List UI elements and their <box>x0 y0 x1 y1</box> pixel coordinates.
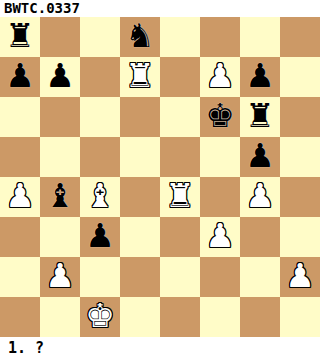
puzzle-id: BWTC.0337 <box>4 0 80 17</box>
black-pawn-piece: ♟ <box>245 137 275 176</box>
square-e7[interactable] <box>160 57 200 97</box>
square-d3[interactable] <box>120 217 160 257</box>
square-h4[interactable] <box>280 177 320 217</box>
square-h2[interactable]: ♟ <box>280 257 320 297</box>
white-pawn-piece: ♟ <box>5 177 35 216</box>
square-e5[interactable] <box>160 137 200 177</box>
square-e8[interactable] <box>160 17 200 57</box>
square-c5[interactable] <box>80 137 120 177</box>
square-g2[interactable] <box>240 257 280 297</box>
square-a2[interactable] <box>0 257 40 297</box>
square-f1[interactable] <box>200 297 240 337</box>
black-pawn-piece: ♟ <box>245 57 275 96</box>
square-h7[interactable] <box>280 57 320 97</box>
square-a5[interactable] <box>0 137 40 177</box>
chess-board: ♜♞♟♟♜♟♟♚♜♟♟♝♝♜♟♟♟♟♟♚ <box>0 17 320 337</box>
square-c3[interactable]: ♟ <box>80 217 120 257</box>
square-b3[interactable] <box>40 217 80 257</box>
square-g7[interactable]: ♟ <box>240 57 280 97</box>
square-f3[interactable]: ♟ <box>200 217 240 257</box>
square-e1[interactable] <box>160 297 200 337</box>
square-f2[interactable] <box>200 257 240 297</box>
square-h1[interactable] <box>280 297 320 337</box>
square-c7[interactable] <box>80 57 120 97</box>
square-g6[interactable]: ♜ <box>240 97 280 137</box>
square-b7[interactable]: ♟ <box>40 57 80 97</box>
white-pawn-piece: ♟ <box>45 257 75 296</box>
square-f6[interactable]: ♚ <box>200 97 240 137</box>
square-d5[interactable] <box>120 137 160 177</box>
square-f8[interactable] <box>200 17 240 57</box>
white-bishop-piece: ♝ <box>85 177 115 216</box>
black-pawn-piece: ♟ <box>45 57 75 96</box>
square-a1[interactable] <box>0 297 40 337</box>
square-b1[interactable] <box>40 297 80 337</box>
square-d2[interactable] <box>120 257 160 297</box>
square-g1[interactable] <box>240 297 280 337</box>
square-d1[interactable] <box>120 297 160 337</box>
square-e2[interactable] <box>160 257 200 297</box>
square-h6[interactable] <box>280 97 320 137</box>
square-c2[interactable] <box>80 257 120 297</box>
square-f7[interactable]: ♟ <box>200 57 240 97</box>
white-rook-piece: ♜ <box>165 177 195 216</box>
black-knight-piece: ♞ <box>125 17 155 56</box>
white-pawn-piece: ♟ <box>205 57 235 96</box>
square-b4[interactable]: ♝ <box>40 177 80 217</box>
square-a3[interactable] <box>0 217 40 257</box>
black-pawn-piece: ♟ <box>85 217 115 256</box>
white-pawn-piece: ♟ <box>285 257 315 296</box>
black-king-piece: ♚ <box>205 97 235 136</box>
move-bar: 1. ? <box>0 337 320 360</box>
white-pawn-piece: ♟ <box>205 217 235 256</box>
square-d4[interactable] <box>120 177 160 217</box>
square-a4[interactable]: ♟ <box>0 177 40 217</box>
square-c1[interactable]: ♚ <box>80 297 120 337</box>
square-d7[interactable]: ♜ <box>120 57 160 97</box>
black-pawn-piece: ♟ <box>5 57 35 96</box>
title-bar: BWTC.0337 <box>0 0 320 17</box>
square-b2[interactable]: ♟ <box>40 257 80 297</box>
square-d8[interactable]: ♞ <box>120 17 160 57</box>
square-e6[interactable] <box>160 97 200 137</box>
move-prompt: 1. ? <box>8 337 44 360</box>
square-a6[interactable] <box>0 97 40 137</box>
black-bishop-piece: ♝ <box>45 177 75 216</box>
square-h5[interactable] <box>280 137 320 177</box>
square-c4[interactable]: ♝ <box>80 177 120 217</box>
black-rook-piece: ♜ <box>5 17 35 56</box>
square-f4[interactable] <box>200 177 240 217</box>
black-rook-piece: ♜ <box>245 97 275 136</box>
square-b8[interactable] <box>40 17 80 57</box>
square-a7[interactable]: ♟ <box>0 57 40 97</box>
square-h3[interactable] <box>280 217 320 257</box>
chess-puzzle-app: BWTC.0337 ♜♞♟♟♜♟♟♚♜♟♟♝♝♜♟♟♟♟♟♚ 1. ? <box>0 0 320 360</box>
square-d6[interactable] <box>120 97 160 137</box>
square-g3[interactable] <box>240 217 280 257</box>
square-b6[interactable] <box>40 97 80 137</box>
square-g5[interactable]: ♟ <box>240 137 280 177</box>
white-rook-piece: ♜ <box>125 57 155 96</box>
square-b5[interactable] <box>40 137 80 177</box>
white-pawn-piece: ♟ <box>245 177 275 216</box>
white-king-piece: ♚ <box>85 297 115 336</box>
square-h8[interactable] <box>280 17 320 57</box>
square-c6[interactable] <box>80 97 120 137</box>
square-e4[interactable]: ♜ <box>160 177 200 217</box>
square-g8[interactable] <box>240 17 280 57</box>
square-g4[interactable]: ♟ <box>240 177 280 217</box>
square-f5[interactable] <box>200 137 240 177</box>
square-e3[interactable] <box>160 217 200 257</box>
square-a8[interactable]: ♜ <box>0 17 40 57</box>
square-c8[interactable] <box>80 17 120 57</box>
